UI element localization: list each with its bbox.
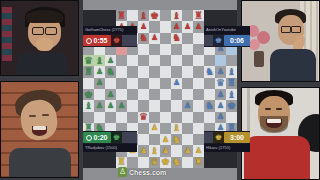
blue-pawn[interactable]: ♟: [173, 79, 180, 87]
square-n9[interactable]: ♚: [226, 100, 237, 111]
square-c5[interactable]: ♟: [105, 55, 116, 66]
blue-pawn[interactable]: ♟: [217, 68, 224, 76]
board-cutout: [226, 157, 237, 168]
nameplate-yellow-player: ♚ 3:00 Hikaru (1755): [204, 131, 250, 152]
hair: [26, 10, 63, 23]
clock-blue: 0:06: [224, 35, 250, 46]
square-i14[interactable]: ♞: [171, 157, 182, 168]
pawn-logo-icon: ♙: [118, 167, 127, 177]
square-m7[interactable]: ♛: [215, 78, 226, 89]
square-c10[interactable]: [105, 112, 116, 123]
blue-pawn[interactable]: ♟: [217, 102, 224, 110]
board-cutout: [215, 10, 226, 21]
square-j14[interactable]: [182, 157, 193, 168]
square-i12[interactable]: ♞: [171, 134, 182, 145]
square-h13[interactable]: ♟: [160, 145, 171, 156]
square-d9[interactable]: ♟: [116, 100, 127, 111]
blue-rook[interactable]: ♜: [227, 78, 236, 88]
glasses-icon: [45, 27, 57, 35]
red-bishop[interactable]: ♝: [172, 11, 181, 21]
square-d10[interactable]: [116, 112, 127, 123]
square-j4[interactable]: [182, 44, 193, 55]
square-n7[interactable]: ♜: [226, 78, 237, 89]
blue-bishop[interactable]: ♝: [227, 90, 236, 100]
square-g7[interactable]: [149, 78, 160, 89]
square-f1[interactable]: ♝: [138, 10, 149, 21]
board-cutout: [204, 10, 215, 21]
square-f10[interactable]: ♛: [138, 112, 149, 123]
yellow-pawn[interactable]: ♟: [162, 136, 169, 144]
glasses-icon: [281, 26, 291, 33]
nameplate-blue-player: AnishOnYoutube ♚ 0:06: [204, 26, 250, 47]
teeth: [267, 119, 281, 123]
square-k9[interactable]: [193, 100, 204, 111]
square-j6[interactable]: [182, 66, 193, 77]
square-k3[interactable]: [193, 33, 204, 44]
red-rook[interactable]: ♜: [194, 11, 203, 21]
square-g12[interactable]: [149, 134, 160, 145]
board-cutout: [105, 157, 116, 168]
yellow-pawn[interactable]: ♟: [195, 147, 202, 155]
player-name: TRadjabov (1500): [83, 144, 137, 152]
square-d8[interactable]: [116, 89, 127, 100]
board-cutout: [83, 10, 94, 21]
green-pawn[interactable]: ♟: [118, 102, 125, 110]
square-g6[interactable]: [149, 66, 160, 77]
square-m10[interactable]: ♟: [215, 112, 226, 123]
board-cutout: [215, 157, 226, 168]
closed-eye: [265, 108, 271, 110]
square-h8[interactable]: [160, 89, 171, 100]
webcam-bottom-left: [0, 81, 79, 178]
board-cutout: [204, 157, 215, 168]
square-i11[interactable]: ♝: [171, 123, 182, 134]
square-j9[interactable]: ♟: [182, 100, 193, 111]
square-g5[interactable]: [149, 55, 160, 66]
square-n6[interactable]: ♝: [226, 66, 237, 77]
square-k4[interactable]: [193, 44, 204, 55]
square-g1[interactable]: ♚: [149, 10, 160, 21]
square-k1[interactable]: ♜: [193, 10, 204, 21]
square-b5[interactable]: ♝: [94, 55, 105, 66]
square-j8[interactable]: [182, 89, 193, 100]
square-i7[interactable]: ♟: [171, 78, 182, 89]
square-i13[interactable]: [171, 145, 182, 156]
blue-knight[interactable]: ♞: [205, 67, 214, 77]
square-m9[interactable]: ♟: [215, 100, 226, 111]
hand: [36, 38, 53, 51]
stream-frame: ♜♝♚♝♜♟♟♟♟♟♟♞♟♞♟♛♝♟♜♟♞♞♟♝♟♟♛♜♚♟♟♝♝♟♟♟♟♞♟♚…: [0, 0, 320, 180]
sweater: [270, 49, 316, 82]
clock-red: 0:55: [83, 35, 111, 46]
square-i8[interactable]: [171, 89, 182, 100]
captured-pieces-tray: [204, 132, 213, 143]
red-pawn[interactable]: ♟: [173, 23, 180, 31]
captured-pieces-tray: [122, 132, 137, 143]
teeth: [33, 126, 46, 130]
square-f2[interactable]: ♟: [138, 21, 149, 32]
square-g13[interactable]: ♝: [149, 145, 160, 156]
square-f6[interactable]: [138, 66, 149, 77]
square-d5[interactable]: [116, 55, 127, 66]
red-pawn[interactable]: ♟: [184, 23, 191, 31]
blue-bishop[interactable]: ♝: [227, 67, 236, 77]
square-l7[interactable]: [204, 78, 215, 89]
vase: [254, 51, 264, 67]
square-d1[interactable]: ♜: [116, 10, 127, 21]
clock-green: 0:20: [83, 132, 111, 143]
closed-eye: [42, 114, 49, 116]
blue-king-icon: ♚: [213, 35, 224, 46]
square-f9[interactable]: [138, 100, 149, 111]
blue-pawn[interactable]: ♟: [184, 102, 191, 110]
square-i6[interactable]: [171, 66, 182, 77]
square-f7[interactable]: [138, 78, 149, 89]
square-h2[interactable]: [160, 21, 171, 32]
captured-pieces-tray: [122, 35, 137, 46]
square-j3[interactable]: [182, 33, 193, 44]
board-cutout: [226, 10, 237, 21]
green-bishop[interactable]: ♝: [84, 101, 93, 111]
square-l8[interactable]: [204, 89, 215, 100]
shirt: [9, 148, 71, 178]
square-h3[interactable]: [160, 33, 171, 44]
red-pawn[interactable]: ♟: [140, 23, 147, 31]
square-h10[interactable]: [160, 112, 171, 123]
webcam-top-left: [0, 0, 79, 76]
square-f5[interactable]: [138, 55, 149, 66]
red-king-icon: ♚: [111, 35, 122, 46]
clock-icon: [86, 135, 92, 141]
green-pawn[interactable]: ♟: [107, 57, 114, 65]
square-f11[interactable]: [138, 123, 149, 134]
square-e6[interactable]: [127, 66, 138, 77]
board-cutout: [94, 10, 105, 21]
background-band-top: [83, 0, 237, 10]
square-h11[interactable]: [160, 123, 171, 134]
square-b7[interactable]: ♟: [94, 78, 105, 89]
square-c9[interactable]: ♟: [105, 100, 116, 111]
square-b6[interactable]: ♟: [94, 66, 105, 77]
square-m8[interactable]: ♟: [215, 89, 226, 100]
blue-king[interactable]: ♚: [227, 101, 236, 111]
red-king[interactable]: ♚: [150, 11, 159, 21]
square-l5[interactable]: [204, 55, 215, 66]
clock-yellow: 3:00: [224, 132, 250, 143]
square-i5[interactable]: [171, 55, 182, 66]
nameplate-red-player: GothamChess (2775) 0:55 ♚: [83, 26, 137, 47]
yellow-pawn[interactable]: ♟: [140, 147, 147, 155]
square-g8[interactable]: [149, 89, 160, 100]
yellow-knight[interactable]: ♞: [172, 135, 181, 145]
yellow-rook[interactable]: ♜: [194, 157, 203, 167]
square-h1[interactable]: [160, 10, 171, 21]
red-knight[interactable]: ♞: [139, 33, 148, 43]
webcam-bottom-right: [241, 87, 320, 180]
yellow-bishop[interactable]: ♝: [172, 123, 181, 133]
green-pawn[interactable]: ♟: [96, 102, 103, 110]
square-e10[interactable]: [127, 112, 138, 123]
red-queen[interactable]: ♛: [139, 112, 148, 122]
red-polo-shirt: [244, 136, 310, 180]
square-k8[interactable]: [193, 89, 204, 100]
square-j11[interactable]: [182, 123, 193, 134]
square-j12[interactable]: [182, 134, 193, 145]
square-f3[interactable]: ♞: [138, 33, 149, 44]
red-rook[interactable]: ♜: [117, 11, 126, 21]
blue-pawn[interactable]: ♟: [217, 91, 224, 99]
closed-eye: [276, 108, 282, 110]
square-i4[interactable]: [171, 44, 182, 55]
square-f13[interactable]: ♟: [138, 145, 149, 156]
red-bishop[interactable]: ♝: [139, 11, 148, 21]
player-name: AnishOnYoutube: [204, 26, 250, 34]
green-pawn[interactable]: ♟: [96, 68, 103, 76]
square-a8[interactable]: ♚: [83, 89, 94, 100]
square-m6[interactable]: ♟: [215, 66, 226, 77]
blue-pawn[interactable]: ♟: [217, 113, 224, 121]
player-name: GothamChess (2775): [83, 26, 137, 34]
square-g9[interactable]: [149, 100, 160, 111]
square-a10[interactable]: [83, 112, 94, 123]
board-cutout: [105, 10, 116, 21]
square-j10[interactable]: [182, 112, 193, 123]
player-name: Hikaru (1755): [204, 144, 250, 152]
board-cutout: [83, 157, 94, 168]
square-f8[interactable]: [138, 89, 149, 100]
square-l9[interactable]: ♞: [204, 100, 215, 111]
square-e9[interactable]: [127, 100, 138, 111]
yellow-bishop[interactable]: ♝: [150, 146, 159, 156]
square-h9[interactable]: [160, 100, 171, 111]
square-a6[interactable]: ♜: [83, 66, 94, 77]
square-k11[interactable]: [193, 123, 204, 134]
glasses-icon: [32, 27, 44, 35]
flowers: [249, 39, 260, 50]
square-i2[interactable]: ♟: [171, 21, 182, 32]
yellow-pawn[interactable]: ♟: [151, 124, 158, 132]
green-king-icon: ♚: [111, 132, 122, 143]
square-k7[interactable]: [193, 78, 204, 89]
yellow-king-icon: ♚: [213, 132, 224, 143]
square-g3[interactable]: ♟: [149, 33, 160, 44]
square-b10[interactable]: [94, 112, 105, 123]
square-f4[interactable]: [138, 44, 149, 55]
square-h12[interactable]: ♟: [160, 134, 171, 145]
blue-queen[interactable]: ♛: [216, 78, 225, 88]
square-b8[interactable]: [94, 89, 105, 100]
green-rook[interactable]: ♜: [84, 67, 93, 77]
yellow-pawn[interactable]: ♟: [162, 147, 169, 155]
square-g10[interactable]: [149, 112, 160, 123]
yellow-knight[interactable]: ♞: [172, 157, 181, 167]
square-n10[interactable]: [226, 112, 237, 123]
square-k2[interactable]: ♟: [193, 21, 204, 32]
square-a7[interactable]: [83, 78, 94, 89]
square-c7[interactable]: [105, 78, 116, 89]
square-e7[interactable]: [127, 78, 138, 89]
square-h4[interactable]: [160, 44, 171, 55]
square-c8[interactable]: ♟: [105, 89, 116, 100]
green-pawn[interactable]: ♟: [96, 79, 103, 87]
square-j13[interactable]: ♟: [182, 145, 193, 156]
logo-text: Chess.com: [129, 169, 166, 176]
square-k14[interactable]: ♜: [193, 157, 204, 168]
square-l6[interactable]: ♞: [204, 66, 215, 77]
closed-eye: [29, 115, 36, 117]
yellow-pawn[interactable]: ♟: [184, 147, 191, 155]
green-bishop[interactable]: ♝: [95, 56, 104, 66]
square-b9[interactable]: ♟: [94, 100, 105, 111]
nameplate-green-player: 0:20 ♚ TRadjabov (1500): [83, 131, 137, 152]
square-i9[interactable]: [171, 100, 182, 111]
square-i3[interactable]: ♞: [171, 33, 182, 44]
square-i10[interactable]: [171, 112, 182, 123]
square-l10[interactable]: [204, 112, 215, 123]
green-king[interactable]: ♚: [84, 90, 93, 100]
square-k13[interactable]: ♟: [193, 145, 204, 156]
green-queen[interactable]: ♛: [84, 56, 93, 66]
square-g11[interactable]: ♟: [149, 123, 160, 134]
red-knight[interactable]: ♞: [172, 33, 181, 43]
square-i1[interactable]: ♝: [171, 10, 182, 21]
captured-pieces-tray: [204, 35, 213, 46]
square-a9[interactable]: ♝: [83, 100, 94, 111]
square-f12[interactable]: [138, 134, 149, 145]
square-m5[interactable]: [215, 55, 226, 66]
green-knight[interactable]: ♞: [106, 67, 115, 77]
green-pawn[interactable]: ♟: [107, 102, 114, 110]
square-e1[interactable]: [127, 10, 138, 21]
webcam-top-right: [241, 0, 320, 82]
square-d7[interactable]: [116, 78, 127, 89]
square-k12[interactable]: [193, 134, 204, 145]
green-pawn[interactable]: ♟: [107, 91, 114, 99]
square-a5[interactable]: ♛: [83, 55, 94, 66]
square-c6[interactable]: ♞: [105, 66, 116, 77]
square-g2[interactable]: [149, 21, 160, 32]
square-e5[interactable]: [127, 55, 138, 66]
square-n8[interactable]: ♝: [226, 89, 237, 100]
shelf-media-strip: [2, 7, 12, 61]
square-d6[interactable]: [116, 66, 127, 77]
square-h6[interactable]: [160, 66, 171, 77]
square-h5[interactable]: [160, 55, 171, 66]
square-h7[interactable]: [160, 78, 171, 89]
blue-knight[interactable]: ♞: [205, 101, 214, 111]
square-k10[interactable]: [193, 112, 204, 123]
square-k6[interactable]: [193, 66, 204, 77]
chesscom-logo: ♙ Chess.com: [118, 166, 166, 178]
square-j7[interactable]: [182, 78, 193, 89]
glasses-icon: [291, 26, 301, 33]
square-j5[interactable]: [182, 55, 193, 66]
square-j2[interactable]: ♟: [182, 21, 193, 32]
board-cutout: [94, 157, 105, 168]
square-e8[interactable]: [127, 89, 138, 100]
clock-icon: [86, 38, 92, 44]
red-pawn[interactable]: ♟: [195, 23, 202, 31]
shirt: [17, 53, 67, 76]
square-n5[interactable]: [226, 55, 237, 66]
square-g4[interactable]: [149, 44, 160, 55]
red-pawn[interactable]: ♟: [151, 34, 158, 42]
square-j1[interactable]: [182, 10, 193, 21]
square-k5[interactable]: [193, 55, 204, 66]
